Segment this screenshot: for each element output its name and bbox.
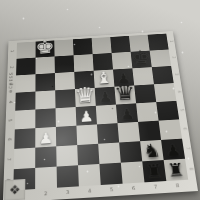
file-label-6: 6 bbox=[132, 185, 136, 191]
chess-board: ⊕CHESS 12345678 12345678 12345678 ♚♛♝♟♟♚… bbox=[3, 31, 198, 200]
rank-label-right-7: 7 bbox=[184, 147, 190, 150]
rank-label-left-1: 1 bbox=[9, 50, 14, 53]
rank-label-left-5: 5 bbox=[7, 119, 13, 122]
corner-ornament-icon: ❖ bbox=[9, 182, 21, 197]
rank-label-right-4: 4 bbox=[176, 90, 182, 93]
piece-white-king-b8[interactable]: ♚ bbox=[35, 38, 54, 57]
piece-black-pawn-h2[interactable]: ♟ bbox=[165, 142, 182, 158]
piece-black-pawn-f4[interactable]: ♟ bbox=[119, 107, 134, 122]
file-label-3: 3 bbox=[66, 189, 69, 195]
rank-label-left-7: 7 bbox=[5, 158, 11, 161]
photo-stage: ⊕CHESS 12345678 12345678 12345678 ♚♛♝♟♟♚… bbox=[0, 0, 200, 200]
piece-black-knight-g2[interactable]: ♞ bbox=[142, 141, 161, 160]
rank-label-left-6: 6 bbox=[6, 138, 12, 141]
corner-ornament: ❖ bbox=[4, 179, 25, 200]
rank-label-right-8: 8 bbox=[187, 167, 193, 170]
piece-white-bishop-e6[interactable]: ♝ bbox=[95, 70, 113, 87]
file-label-5: 5 bbox=[110, 186, 114, 192]
film-grain-overlay bbox=[0, 0, 1, 1]
piece-white-pawn-d4[interactable]: ♟ bbox=[79, 109, 94, 124]
file-label-2: 2 bbox=[44, 190, 47, 196]
file-label-4: 4 bbox=[88, 188, 91, 194]
piece-layer: ♚♛♝♟♟♚♛♟♟♟♞♟♜♜ bbox=[13, 34, 188, 191]
rank-label-right-1: 1 bbox=[168, 40, 173, 43]
file-label-8: 8 bbox=[176, 182, 180, 188]
piece-white-queen-d5[interactable]: ♛ bbox=[74, 84, 96, 106]
piece-black-queen-f5[interactable]: ♛ bbox=[114, 81, 137, 103]
file-label-7: 7 bbox=[154, 184, 158, 190]
rank-label-right-5: 5 bbox=[179, 108, 185, 111]
piece-black-king-g7[interactable]: ♚ bbox=[130, 48, 152, 68]
brand-logo-icon: ⊕ bbox=[8, 89, 14, 93]
piece-black-rook-h1[interactable]: ♜ bbox=[166, 161, 185, 180]
rank-label-right-6: 6 bbox=[181, 127, 187, 130]
piece-white-pawn-b3[interactable]: ♟ bbox=[38, 131, 53, 147]
piece-black-pawn-e5[interactable]: ♟ bbox=[98, 90, 113, 105]
piece-black-rook-g1[interactable]: ♜ bbox=[145, 162, 164, 181]
rank-label-right-2: 2 bbox=[171, 56, 177, 59]
rank-label-right-3: 3 bbox=[173, 73, 179, 76]
